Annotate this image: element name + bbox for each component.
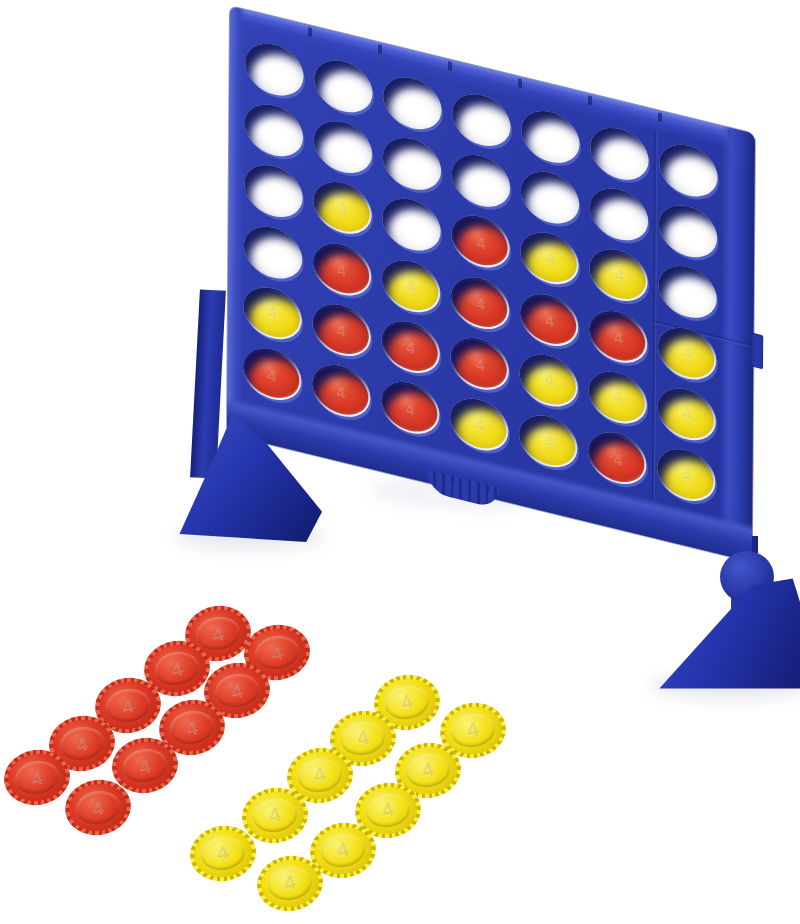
disc-emboss-4: 4 <box>614 266 624 285</box>
empty-hole <box>313 115 372 179</box>
yellow-disc: 4 <box>521 413 576 471</box>
yellow-disc: 4 <box>591 247 646 305</box>
red-disc: 4 <box>244 346 299 404</box>
hole-with-yellow-disc: 4 <box>519 349 578 413</box>
chip-emboss-4: 4 <box>465 718 482 743</box>
empty-hole <box>383 71 442 135</box>
chip-emboss-4: 4 <box>215 841 232 866</box>
hole-with-red-disc: 4 <box>381 376 440 440</box>
side-latch <box>751 333 763 370</box>
hole-with-red-disc: 4 <box>589 305 648 369</box>
hole-with-red-disc: 4 <box>312 298 371 362</box>
disc-emboss-4: 4 <box>682 344 692 363</box>
disc-emboss-4: 4 <box>337 199 347 218</box>
chip-emboss-4: 4 <box>120 693 137 718</box>
empty-hole <box>382 132 441 196</box>
empty-hole <box>521 166 580 230</box>
disc-emboss-4: 4 <box>474 355 484 374</box>
hole-with-red-disc: 4 <box>381 315 440 379</box>
red-disc: 4 <box>522 291 577 349</box>
chip-emboss-4: 4 <box>229 678 246 703</box>
yellow-disc: 4 <box>591 369 646 427</box>
red-disc: 4 <box>452 335 507 393</box>
chip-emboss-4: 4 <box>74 731 91 756</box>
yellow-disc: 4 <box>660 325 715 383</box>
empty-hole <box>243 220 302 284</box>
empty-hole <box>244 159 303 223</box>
empty-hole <box>521 105 580 169</box>
connect-four-board: 444444444444444444444444 <box>227 6 755 562</box>
disc-emboss-4: 4 <box>337 260 347 279</box>
chip-emboss-4: 4 <box>267 803 284 828</box>
hole-with-red-disc: 4 <box>451 210 510 274</box>
disc-emboss-4: 4 <box>267 304 277 323</box>
empty-hole <box>590 122 649 186</box>
disc-emboss-4: 4 <box>544 249 554 268</box>
disc-emboss-4: 4 <box>612 449 622 468</box>
connect-four-scene: 444444444444444444444444 444444444444444… <box>0 0 800 924</box>
hole-with-red-disc: 4 <box>520 288 579 352</box>
red-disc: 4 <box>591 308 646 366</box>
hole-with-yellow-disc: 4 <box>243 281 302 345</box>
hole-with-red-disc: 4 <box>312 359 371 423</box>
yellow-disc: 4 <box>521 352 576 410</box>
hole-with-yellow-disc: 4 <box>382 254 441 318</box>
chip-emboss-4: 4 <box>184 715 201 740</box>
disc-emboss-4: 4 <box>544 310 554 329</box>
red-disc: 4 <box>453 274 508 332</box>
chip-emboss-4: 4 <box>312 763 329 788</box>
hole-with-yellow-disc: 4 <box>589 366 648 430</box>
disc-emboss-4: 4 <box>336 382 346 401</box>
chip-emboss-4: 4 <box>137 753 154 778</box>
empty-hole <box>382 193 441 257</box>
red-disc: 4 <box>314 241 369 299</box>
chip-emboss-4: 4 <box>29 765 46 790</box>
hole-with-yellow-disc: 4 <box>658 321 717 385</box>
chip-emboss-4: 4 <box>282 871 299 896</box>
empty-hole <box>452 149 511 213</box>
red-disc: 4 <box>314 302 369 360</box>
disc-emboss-4: 4 <box>474 416 484 435</box>
hole-with-red-disc: 4 <box>451 271 510 335</box>
empty-hole <box>245 37 304 101</box>
chip-emboss-4: 4 <box>169 656 186 681</box>
disc-emboss-4: 4 <box>406 277 416 296</box>
empty-hole <box>452 88 511 152</box>
hole-with-red-disc: 4 <box>242 342 301 406</box>
yellow-disc: 4 <box>659 447 714 505</box>
hole-with-yellow-disc: 4 <box>657 443 716 507</box>
chip-emboss-4: 4 <box>269 640 286 665</box>
red-disc: 4 <box>453 213 508 271</box>
hole-with-yellow-disc: 4 <box>519 410 578 474</box>
hole-with-yellow-disc: 4 <box>589 244 648 308</box>
yellow-disc: 4 <box>522 230 577 288</box>
chip-emboss-4: 4 <box>420 758 437 783</box>
hole-with-red-disc: 4 <box>588 427 647 491</box>
empty-hole <box>314 54 373 118</box>
empty-hole <box>244 98 303 162</box>
hole-with-red-disc: 4 <box>450 332 509 396</box>
chip-emboss-4: 4 <box>380 798 397 823</box>
disc-emboss-4: 4 <box>613 327 623 346</box>
disc-emboss-4: 4 <box>543 433 553 452</box>
hole-with-yellow-disc: 4 <box>520 227 579 291</box>
hole-with-yellow-disc: 4 <box>658 382 717 446</box>
disc-emboss-4: 4 <box>682 405 692 424</box>
empty-hole <box>659 199 718 263</box>
disc-emboss-4: 4 <box>267 365 277 384</box>
yellow-disc: 4 <box>384 257 439 315</box>
chip-emboss-4: 4 <box>335 838 352 863</box>
yellow-disc: 4 <box>245 285 300 343</box>
yellow-disc: 4 <box>315 180 370 238</box>
disc-emboss-4: 4 <box>405 338 415 357</box>
disc-emboss-4: 4 <box>613 388 623 407</box>
empty-hole <box>659 260 718 324</box>
chip-emboss-4: 4 <box>90 795 107 820</box>
chip-emboss-4: 4 <box>210 621 227 646</box>
disc-emboss-4: 4 <box>682 466 692 485</box>
empty-hole <box>590 183 649 247</box>
red-disc: 4 <box>590 430 645 488</box>
chip-emboss-4: 4 <box>355 726 372 751</box>
empty-hole <box>659 138 718 202</box>
yellow-disc: 4 <box>660 386 715 444</box>
red-disc: 4 <box>383 318 438 376</box>
hole-with-red-disc: 4 <box>312 237 371 301</box>
hole-with-yellow-disc: 4 <box>450 393 509 457</box>
disc-emboss-4: 4 <box>336 321 346 340</box>
disc-emboss-4: 4 <box>405 399 415 418</box>
red-disc: 4 <box>314 363 369 421</box>
yellow-disc: 4 <box>452 396 507 454</box>
hole-with-yellow-disc: 4 <box>313 176 372 240</box>
disc-emboss-4: 4 <box>475 233 485 252</box>
disc-emboss-4: 4 <box>475 294 485 313</box>
red-disc: 4 <box>383 380 438 438</box>
chip-emboss-4: 4 <box>399 690 416 715</box>
disc-emboss-4: 4 <box>544 372 554 391</box>
